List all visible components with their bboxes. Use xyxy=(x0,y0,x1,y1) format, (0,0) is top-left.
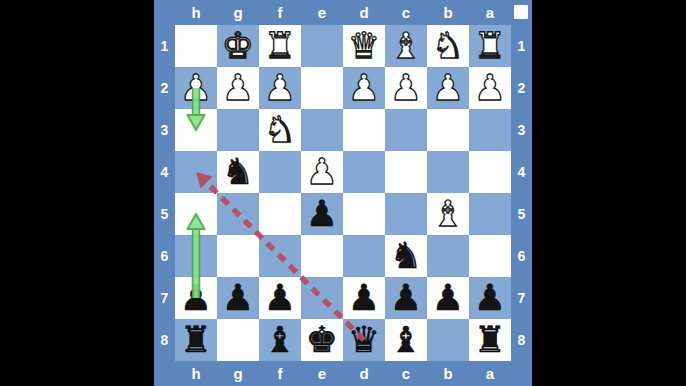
piece-black-queen[interactable]: ♛ xyxy=(343,319,385,361)
piece-black-pawn[interactable]: ♟ xyxy=(301,193,343,235)
square-c7[interactable]: ♟ xyxy=(385,277,427,319)
file-label-bottom-b: b xyxy=(427,361,469,386)
square-h8[interactable]: ♜ xyxy=(175,319,217,361)
square-h7[interactable]: ♟ xyxy=(175,277,217,319)
file-label-top-f: f xyxy=(259,0,301,25)
square-h5[interactable] xyxy=(175,193,217,235)
right-black-bar xyxy=(532,0,686,386)
square-a2[interactable]: ♟ xyxy=(469,67,511,109)
rank-label-right-4: 4 xyxy=(511,151,532,193)
square-h3[interactable] xyxy=(175,109,217,151)
file-label-top-d: d xyxy=(343,0,385,25)
square-b3[interactable] xyxy=(427,109,469,151)
square-b2[interactable]: ♟ xyxy=(427,67,469,109)
square-a6[interactable] xyxy=(469,235,511,277)
piece-black-pawn[interactable]: ♟ xyxy=(259,277,301,319)
file-label-top-a: a xyxy=(469,0,511,25)
square-f4[interactable] xyxy=(259,151,301,193)
square-f7[interactable]: ♟ xyxy=(259,277,301,319)
rank-label-right-3: 3 xyxy=(511,109,532,151)
square-b1[interactable]: ♞ xyxy=(427,25,469,67)
piece-black-knight[interactable]: ♞ xyxy=(385,235,427,277)
piece-black-pawn[interactable]: ♟ xyxy=(175,277,217,319)
square-b4[interactable] xyxy=(427,151,469,193)
piece-black-rook[interactable]: ♜ xyxy=(469,319,511,361)
piece-black-pawn[interactable]: ♟ xyxy=(427,277,469,319)
piece-white-pawn[interactable]: ♟ xyxy=(385,67,427,109)
file-label-top-h: h xyxy=(175,0,217,25)
piece-white-knight[interactable]: ♞ xyxy=(427,25,469,67)
file-label-top-e: e xyxy=(301,0,343,25)
square-e4[interactable]: ♟ xyxy=(301,151,343,193)
piece-white-pawn[interactable]: ♟ xyxy=(217,67,259,109)
square-c3[interactable] xyxy=(385,109,427,151)
rank-label-right-7: 7 xyxy=(511,277,532,319)
square-a4[interactable] xyxy=(469,151,511,193)
square-f5[interactable] xyxy=(259,193,301,235)
rank-label-right-8: 8 xyxy=(511,319,532,361)
file-label-bottom-d: d xyxy=(343,361,385,386)
square-g1[interactable]: ♚ xyxy=(217,25,259,67)
square-g5[interactable] xyxy=(217,193,259,235)
piece-white-pawn[interactable]: ♟ xyxy=(469,67,511,109)
square-d6[interactable] xyxy=(343,235,385,277)
rank-label-right-1: 1 xyxy=(511,25,532,67)
square-a1[interactable]: ♜ xyxy=(469,25,511,67)
square-g3[interactable] xyxy=(217,109,259,151)
square-c8[interactable]: ♝ xyxy=(385,319,427,361)
rank-label-left-8: 8 xyxy=(154,319,175,361)
square-a7[interactable]: ♟ xyxy=(469,277,511,319)
square-h6[interactable] xyxy=(175,235,217,277)
rank-label-right-5: 5 xyxy=(511,193,532,235)
piece-black-rook[interactable]: ♜ xyxy=(175,319,217,361)
square-h2[interactable]: ♟ xyxy=(175,67,217,109)
side-to-move-indicator xyxy=(514,5,528,19)
file-label-top-c: c xyxy=(385,0,427,25)
rank-label-left-2: 2 xyxy=(154,67,175,109)
square-d8[interactable]: ♛ xyxy=(343,319,385,361)
piece-black-king[interactable]: ♚ xyxy=(301,319,343,361)
square-e6[interactable] xyxy=(301,235,343,277)
square-d4[interactable] xyxy=(343,151,385,193)
square-e1[interactable] xyxy=(301,25,343,67)
square-g6[interactable] xyxy=(217,235,259,277)
rank-label-right-2: 2 xyxy=(511,67,532,109)
square-c4[interactable] xyxy=(385,151,427,193)
piece-black-bishop[interactable]: ♝ xyxy=(259,319,301,361)
piece-white-king[interactable]: ♚ xyxy=(217,25,259,67)
square-d7[interactable]: ♟ xyxy=(343,277,385,319)
piece-black-pawn[interactable]: ♟ xyxy=(343,277,385,319)
piece-white-rook[interactable]: ♜ xyxy=(469,25,511,67)
square-b7[interactable]: ♟ xyxy=(427,277,469,319)
square-d5[interactable] xyxy=(343,193,385,235)
file-label-top-b: b xyxy=(427,0,469,25)
piece-black-pawn[interactable]: ♟ xyxy=(217,277,259,319)
squares-grid[interactable]: ♚♜♛♝♞♜♟♟♟♟♟♟♟♞♞♟♟♝♞♟♟♟♟♟♟♟♜♝♚♛♝♜ xyxy=(175,25,511,361)
square-h1[interactable] xyxy=(175,25,217,67)
square-b5[interactable]: ♝ xyxy=(427,193,469,235)
file-label-bottom-c: c xyxy=(385,361,427,386)
square-e3[interactable] xyxy=(301,109,343,151)
rank-label-left-3: 3 xyxy=(154,109,175,151)
piece-black-bishop[interactable]: ♝ xyxy=(385,319,427,361)
square-f6[interactable] xyxy=(259,235,301,277)
piece-white-pawn[interactable]: ♟ xyxy=(343,67,385,109)
square-d1[interactable]: ♛ xyxy=(343,25,385,67)
square-g8[interactable] xyxy=(217,319,259,361)
square-c5[interactable] xyxy=(385,193,427,235)
rank-label-left-1: 1 xyxy=(154,25,175,67)
square-d2[interactable]: ♟ xyxy=(343,67,385,109)
rank-label-left-6: 6 xyxy=(154,235,175,277)
chess-board: ♚♜♛♝♞♜♟♟♟♟♟♟♟♞♞♟♟♝♞♟♟♟♟♟♟♟♜♝♚♛♝♜ hh11gg2… xyxy=(154,0,532,386)
square-e8[interactable]: ♚ xyxy=(301,319,343,361)
piece-white-bishop[interactable]: ♝ xyxy=(385,25,427,67)
square-b8[interactable] xyxy=(427,319,469,361)
square-g4[interactable]: ♞ xyxy=(217,151,259,193)
square-c2[interactable]: ♟ xyxy=(385,67,427,109)
square-a5[interactable] xyxy=(469,193,511,235)
file-label-top-g: g xyxy=(217,0,259,25)
square-f3[interactable]: ♞ xyxy=(259,109,301,151)
piece-white-queen[interactable]: ♛ xyxy=(343,25,385,67)
piece-white-pawn[interactable]: ♟ xyxy=(175,67,217,109)
piece-white-knight[interactable]: ♞ xyxy=(259,109,301,151)
file-label-bottom-a: a xyxy=(469,361,511,386)
piece-white-bishop[interactable]: ♝ xyxy=(427,193,469,235)
rank-label-left-4: 4 xyxy=(154,151,175,193)
square-h4[interactable] xyxy=(175,151,217,193)
square-a3[interactable] xyxy=(469,109,511,151)
file-label-bottom-g: g xyxy=(217,361,259,386)
square-e2[interactable] xyxy=(301,67,343,109)
square-e7[interactable] xyxy=(301,277,343,319)
square-c6[interactable]: ♞ xyxy=(385,235,427,277)
left-black-bar xyxy=(0,0,154,386)
file-label-bottom-e: e xyxy=(301,361,343,386)
piece-black-pawn[interactable]: ♟ xyxy=(469,277,511,319)
rank-label-right-6: 6 xyxy=(511,235,532,277)
square-b6[interactable] xyxy=(427,235,469,277)
square-f8[interactable]: ♝ xyxy=(259,319,301,361)
square-g7[interactable]: ♟ xyxy=(217,277,259,319)
square-g2[interactable]: ♟ xyxy=(217,67,259,109)
file-label-bottom-h: h xyxy=(175,361,217,386)
piece-black-pawn[interactable]: ♟ xyxy=(385,277,427,319)
rank-label-left-7: 7 xyxy=(154,277,175,319)
file-label-bottom-f: f xyxy=(259,361,301,386)
square-f1[interactable]: ♜ xyxy=(259,25,301,67)
piece-white-rook[interactable]: ♜ xyxy=(259,25,301,67)
square-f2[interactable]: ♟ xyxy=(259,67,301,109)
square-d3[interactable] xyxy=(343,109,385,151)
square-c1[interactable]: ♝ xyxy=(385,25,427,67)
rank-label-left-5: 5 xyxy=(154,193,175,235)
square-e5[interactable]: ♟ xyxy=(301,193,343,235)
piece-white-pawn[interactable]: ♟ xyxy=(259,67,301,109)
piece-black-knight[interactable]: ♞ xyxy=(217,151,259,193)
square-a8[interactable]: ♜ xyxy=(469,319,511,361)
piece-white-pawn[interactable]: ♟ xyxy=(427,67,469,109)
piece-white-pawn[interactable]: ♟ xyxy=(301,151,343,193)
video-frame: ♚♜♛♝♞♜♟♟♟♟♟♟♟♞♞♟♟♝♞♟♟♟♟♟♟♟♜♝♚♛♝♜ hh11gg2… xyxy=(0,0,686,386)
